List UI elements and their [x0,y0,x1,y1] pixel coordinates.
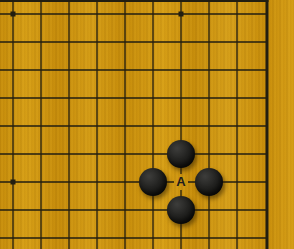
goban-grid [0,0,294,249]
go-board[interactable]: A [0,0,294,249]
black-stone-P10 [139,168,167,196]
star-point [179,12,184,17]
star-point [11,12,16,17]
label-A-point[interactable]: A [173,174,189,190]
black-stone-R10 [195,168,223,196]
star-point [11,180,16,185]
black-stone-Q11 [167,140,195,168]
black-stone-Q9 [167,196,195,224]
